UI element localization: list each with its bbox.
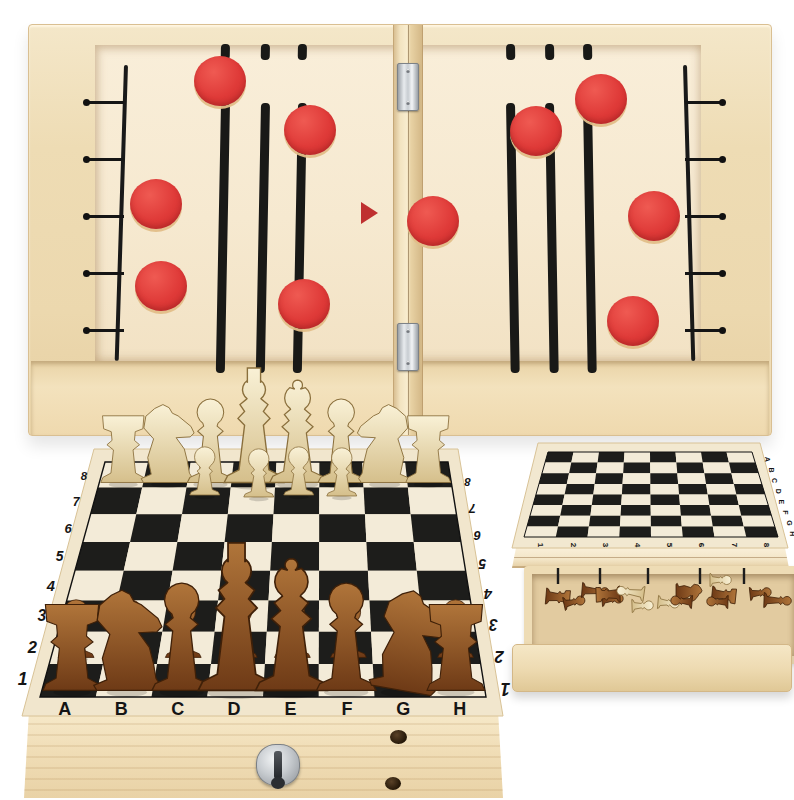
- drawer-divider-peg: [599, 568, 601, 584]
- drawer-divider-peg: [647, 568, 649, 584]
- mini-file-label: G: [786, 520, 793, 526]
- rank-label: 6: [64, 521, 72, 536]
- rank-label: 4: [484, 586, 493, 602]
- mini-rank-label: 7: [730, 543, 739, 548]
- file-label: D: [228, 699, 241, 719]
- file-label: G: [396, 699, 410, 719]
- file-label: H: [453, 699, 466, 719]
- mini-rank-label: 6: [697, 543, 706, 548]
- mini-file-label: F: [782, 510, 789, 515]
- mini-rank-label: 5: [665, 543, 674, 548]
- mini-rank-label: 1: [536, 543, 545, 548]
- rank-label: 1: [500, 679, 510, 699]
- rank-label: 3: [37, 607, 46, 624]
- rank-label: 8: [81, 470, 88, 482]
- mini-file-label: A: [764, 457, 771, 462]
- file-label: E: [284, 699, 296, 719]
- mini-rank-label: 4: [633, 543, 642, 548]
- piece-white-P[interactable]: [710, 573, 731, 586]
- product-photo-wooden-game-set: 8877665544332211ABCDEFGH 12345678ABCDEFG…: [0, 0, 794, 800]
- mini-rank-label: 3: [601, 543, 610, 548]
- rank-label: 5: [478, 556, 486, 572]
- mini-file-label: B: [768, 467, 775, 472]
- boards-and-pieces-layer: 8877665544332211ABCDEFGH 12345678ABCDEFG…: [0, 0, 794, 800]
- drawer-divider-peg: [743, 568, 745, 584]
- mini-file-label: D: [775, 489, 782, 494]
- mini-file-label: C: [771, 478, 778, 483]
- mini-file-label: H: [789, 531, 794, 536]
- drawer-divider-peg: [557, 568, 559, 584]
- file-label: A: [58, 699, 71, 719]
- drawer-divider-peg: [699, 568, 701, 584]
- rank-label: 5: [56, 548, 64, 564]
- rank-label: 2: [494, 647, 505, 666]
- drawer-pieces: [545, 568, 791, 613]
- rank-label: 6: [473, 528, 481, 543]
- rank-label: 1: [18, 669, 28, 689]
- rank-label: 3: [489, 616, 498, 633]
- file-label: C: [171, 699, 184, 719]
- file-label: F: [341, 699, 352, 719]
- mini-rank-label: 2: [569, 543, 578, 548]
- folded-chess-board: 12345678ABCDEFGH: [512, 443, 794, 548]
- rank-label: 2: [27, 638, 38, 657]
- file-label: B: [115, 699, 128, 719]
- rank-label: 8: [464, 476, 471, 488]
- mini-rank-label: 8: [762, 543, 771, 548]
- rank-label: 4: [46, 578, 55, 594]
- mini-file-label: E: [778, 499, 785, 504]
